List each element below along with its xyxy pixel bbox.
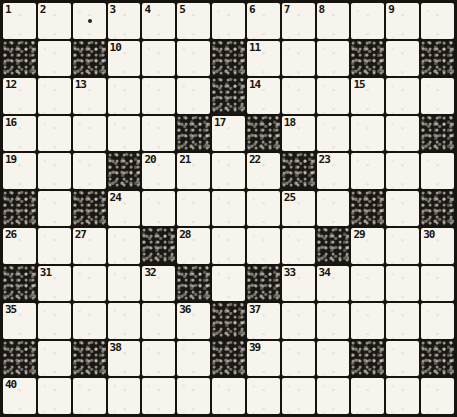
cell-r11c6[interactable] — [177, 378, 210, 414]
cell-r1c4[interactable]: 3 — [108, 3, 141, 39]
cell-r9c9[interactable] — [282, 303, 315, 339]
cell-r10c2[interactable] — [38, 341, 71, 377]
cell-r2c2[interactable] — [38, 41, 71, 77]
cell-r8c2[interactable]: 31 — [38, 266, 71, 302]
clue-number-13: 13 — [75, 78, 86, 91]
cell-r7c2[interactable] — [38, 228, 71, 264]
cell-r10c5[interactable] — [142, 341, 175, 377]
cell-r1c8[interactable]: 6 — [247, 3, 280, 39]
clue-number-37: 37 — [249, 303, 260, 316]
block-r6c3 — [73, 191, 106, 227]
cell-r11c9[interactable] — [282, 378, 315, 414]
cell-r11c5[interactable] — [142, 378, 175, 414]
cell-r8c4[interactable] — [108, 266, 141, 302]
clue-number-17: 17 — [214, 116, 225, 129]
clue-number-27: 27 — [75, 228, 86, 241]
cell-r9c2[interactable] — [38, 303, 71, 339]
cell-r9c12[interactable] — [386, 303, 419, 339]
block-r6c13 — [421, 191, 454, 227]
cell-r9c5[interactable] — [142, 303, 175, 339]
cell-r3c8[interactable]: 14 — [247, 78, 280, 114]
cell-r6c9[interactable]: 25 — [282, 191, 315, 227]
block-r5c4 — [108, 153, 141, 189]
clue-number-25: 25 — [284, 191, 295, 204]
clue-number-6: 6 — [249, 3, 255, 16]
clue-number-35: 35 — [5, 303, 16, 316]
cell-r1c7[interactable] — [212, 3, 245, 39]
cell-r7c3[interactable]: 27 — [73, 228, 106, 264]
clue-number-36: 36 — [179, 303, 190, 316]
clue-number-38: 38 — [110, 341, 121, 354]
cell-r9c3[interactable] — [73, 303, 106, 339]
cell-r9c8[interactable]: 37 — [247, 303, 280, 339]
cell-r8c5[interactable]: 32 — [142, 266, 175, 302]
cell-r2c9[interactable] — [282, 41, 315, 77]
cell-r3c3[interactable]: 13 — [73, 78, 106, 114]
clue-number-8: 8 — [319, 3, 325, 16]
cell-r6c10[interactable] — [317, 191, 350, 227]
cell-r7c11[interactable]: 29 — [351, 228, 384, 264]
cell-r1c5[interactable]: 4 — [142, 3, 175, 39]
cell-r10c4[interactable]: 38 — [108, 341, 141, 377]
cell-r10c8[interactable]: 39 — [247, 341, 280, 377]
clue-number-24: 24 — [110, 191, 121, 204]
cell-r3c11[interactable]: 15 — [351, 78, 384, 114]
cell-r5c7[interactable] — [212, 153, 245, 189]
cell-r6c2[interactable] — [38, 191, 71, 227]
cell-r1c1[interactable]: 1 — [3, 3, 36, 39]
clue-number-40: 40 — [5, 378, 16, 391]
cell-r11c11[interactable] — [351, 378, 384, 414]
cell-r1c12[interactable]: 9 — [386, 3, 419, 39]
cell-r8c3[interactable] — [73, 266, 106, 302]
cell-r4c4[interactable] — [108, 116, 141, 152]
cell-r3c12[interactable] — [386, 78, 419, 114]
clue-number-22: 22 — [249, 153, 260, 166]
cell-r11c1[interactable]: 40 — [3, 378, 36, 414]
clue-number-19: 19 — [5, 153, 16, 166]
cell-r8c13[interactable] — [421, 266, 454, 302]
block-r4c13 — [421, 116, 454, 152]
cell-r5c5[interactable]: 20 — [142, 153, 175, 189]
cell-r10c10[interactable] — [317, 341, 350, 377]
clue-number-7: 7 — [284, 3, 290, 16]
clue-number-10: 10 — [110, 41, 121, 54]
block-r7c5 — [142, 228, 175, 264]
cell-r9c11[interactable] — [351, 303, 384, 339]
clue-number-14: 14 — [249, 78, 260, 91]
cell-r10c6[interactable] — [177, 341, 210, 377]
cell-r11c3[interactable] — [73, 378, 106, 414]
cell-r11c13[interactable] — [421, 378, 454, 414]
clue-number-26: 26 — [5, 228, 16, 241]
cell-r1c11[interactable] — [351, 3, 384, 39]
cell-r1c9[interactable]: 7 — [282, 3, 315, 39]
block-r6c11 — [351, 191, 384, 227]
block-r8c1 — [3, 266, 36, 302]
cell-r8c9[interactable]: 33 — [282, 266, 315, 302]
cell-r5c12[interactable] — [386, 153, 419, 189]
cell-r7c6[interactable]: 28 — [177, 228, 210, 264]
cell-r3c6[interactable] — [177, 78, 210, 114]
cell-r7c8[interactable] — [247, 228, 280, 264]
cell-r6c8[interactable] — [247, 191, 280, 227]
cell-r5c6[interactable]: 21 — [177, 153, 210, 189]
cell-r2c5[interactable] — [142, 41, 175, 77]
block-r4c8 — [247, 116, 280, 152]
cell-r11c8[interactable] — [247, 378, 280, 414]
cell-r4c3[interactable] — [73, 116, 106, 152]
cell-r2c6[interactable] — [177, 41, 210, 77]
block-r10c7 — [212, 341, 245, 377]
cell-r3c2[interactable] — [38, 78, 71, 114]
cell-r5c2[interactable] — [38, 153, 71, 189]
clue-number-15: 15 — [353, 78, 364, 91]
cell-r11c12[interactable] — [386, 378, 419, 414]
cell-r9c10[interactable] — [317, 303, 350, 339]
cell-r7c7[interactable] — [212, 228, 245, 264]
cell-r5c1[interactable]: 19 — [3, 153, 36, 189]
cell-r7c13[interactable]: 30 — [421, 228, 454, 264]
cell-r4c5[interactable] — [142, 116, 175, 152]
cell-r9c6[interactable]: 36 — [177, 303, 210, 339]
clue-number-12: 12 — [5, 78, 16, 91]
cell-r3c1[interactable]: 12 — [3, 78, 36, 114]
cell-r6c12[interactable] — [386, 191, 419, 227]
block-r10c3 — [73, 341, 106, 377]
cell-r7c12[interactable] — [386, 228, 419, 264]
cell-r5c8[interactable]: 22 — [247, 153, 280, 189]
cell-r11c4[interactable] — [108, 378, 141, 414]
cell-r4c1[interactable]: 16 — [3, 116, 36, 152]
cell-r3c4[interactable] — [108, 78, 141, 114]
cell-r3c10[interactable] — [317, 78, 350, 114]
cell-r5c10[interactable]: 23 — [317, 153, 350, 189]
cell-r6c6[interactable] — [177, 191, 210, 227]
clue-number-34: 34 — [319, 266, 330, 279]
cell-r3c5[interactable] — [142, 78, 175, 114]
clue-number-20: 20 — [144, 153, 155, 166]
cell-r4c11[interactable] — [351, 116, 384, 152]
cell-r8c10[interactable]: 34 — [317, 266, 350, 302]
crossword-board: 1234567891011121314151617181920212223242… — [0, 0, 457, 417]
cell-r8c7[interactable] — [212, 266, 245, 302]
cell-r2c12[interactable] — [386, 41, 419, 77]
cell-r6c7[interactable] — [212, 191, 245, 227]
block-r7c10 — [317, 228, 350, 264]
cell-r9c1[interactable]: 35 — [3, 303, 36, 339]
block-r2c13 — [421, 41, 454, 77]
cell-r1c2[interactable]: 2 — [38, 3, 71, 39]
block-r2c1 — [3, 41, 36, 77]
cell-r9c4[interactable] — [108, 303, 141, 339]
cell-r3c9[interactable] — [282, 78, 315, 114]
cell-r11c7[interactable] — [212, 378, 245, 414]
clue-number-4: 4 — [144, 3, 150, 16]
block-r3c7 — [212, 78, 245, 114]
cell-r7c1[interactable]: 26 — [3, 228, 36, 264]
clue-number-32: 32 — [144, 266, 155, 279]
block-r10c11 — [351, 341, 384, 377]
cell-r5c3[interactable] — [73, 153, 106, 189]
ink-speck — [88, 19, 92, 23]
cell-r4c9[interactable]: 18 — [282, 116, 315, 152]
clue-number-18: 18 — [284, 116, 295, 129]
block-r2c7 — [212, 41, 245, 77]
cell-r4c7[interactable]: 17 — [212, 116, 245, 152]
clue-number-31: 31 — [40, 266, 51, 279]
clue-number-21: 21 — [179, 153, 190, 166]
block-r9c7 — [212, 303, 245, 339]
cell-r8c11[interactable] — [351, 266, 384, 302]
block-r4c6 — [177, 116, 210, 152]
cell-r2c8[interactable]: 11 — [247, 41, 280, 77]
clue-number-3: 3 — [110, 3, 116, 16]
block-r6c1 — [3, 191, 36, 227]
cell-r7c4[interactable] — [108, 228, 141, 264]
block-r5c9 — [282, 153, 315, 189]
cell-r1c13[interactable] — [421, 3, 454, 39]
block-r8c8 — [247, 266, 280, 302]
cell-r9c13[interactable] — [421, 303, 454, 339]
cell-r1c6[interactable]: 5 — [177, 3, 210, 39]
clue-number-29: 29 — [353, 228, 364, 241]
clue-number-11: 11 — [249, 41, 260, 54]
clue-number-28: 28 — [179, 228, 190, 241]
cell-r4c2[interactable] — [38, 116, 71, 152]
cell-r5c13[interactable] — [421, 153, 454, 189]
cell-r5c11[interactable] — [351, 153, 384, 189]
cell-r10c12[interactable] — [386, 341, 419, 377]
clue-number-1: 1 — [5, 3, 11, 16]
cell-r4c10[interactable] — [317, 116, 350, 152]
cell-r2c10[interactable] — [317, 41, 350, 77]
clue-number-5: 5 — [179, 3, 185, 16]
cell-r7c9[interactable] — [282, 228, 315, 264]
clue-number-2: 2 — [40, 3, 46, 16]
clue-number-30: 30 — [423, 228, 434, 241]
block-r8c6 — [177, 266, 210, 302]
cell-r1c3[interactable] — [73, 3, 106, 39]
cell-r6c4[interactable]: 24 — [108, 191, 141, 227]
clue-number-16: 16 — [5, 116, 16, 129]
cell-r4c12[interactable] — [386, 116, 419, 152]
cell-r11c2[interactable] — [38, 378, 71, 414]
cell-r3c13[interactable] — [421, 78, 454, 114]
block-r2c3 — [73, 41, 106, 77]
cell-r10c9[interactable] — [282, 341, 315, 377]
cell-r11c10[interactable] — [317, 378, 350, 414]
cell-r6c5[interactable] — [142, 191, 175, 227]
cell-r1c10[interactable]: 8 — [317, 3, 350, 39]
cell-r8c12[interactable] — [386, 266, 419, 302]
clue-number-33: 33 — [284, 266, 295, 279]
cell-r2c4[interactable]: 10 — [108, 41, 141, 77]
clue-number-9: 9 — [388, 3, 394, 16]
clue-number-39: 39 — [249, 341, 260, 354]
block-r10c1 — [3, 341, 36, 377]
clue-number-23: 23 — [319, 153, 330, 166]
block-r10c13 — [421, 341, 454, 377]
block-r2c11 — [351, 41, 384, 77]
